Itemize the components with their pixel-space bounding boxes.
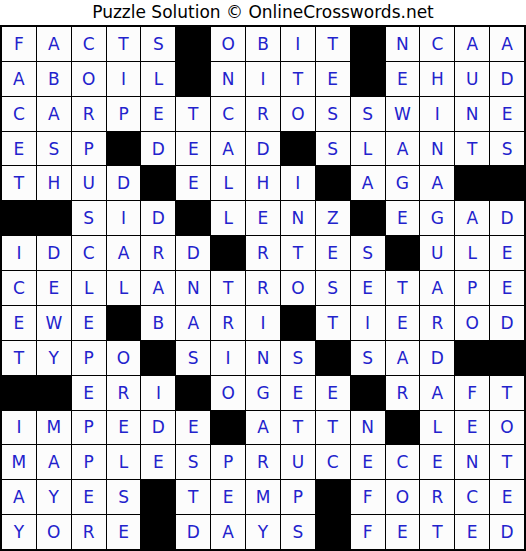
letter-cell: N [455, 97, 489, 131]
letter-cell: L [72, 271, 106, 305]
letter-cell: O [386, 480, 420, 514]
letter-cell: W [386, 97, 420, 131]
black-cell [351, 27, 385, 61]
letter-cell: A [211, 515, 245, 549]
letter-cell: O [281, 97, 315, 131]
letter-cell: T [386, 271, 420, 305]
letter-cell: E [37, 271, 71, 305]
black-cell [141, 166, 175, 200]
letter-cell: A [37, 445, 71, 479]
black-cell [37, 201, 71, 235]
letter-cell: E [490, 271, 524, 305]
letter-cell: T [420, 515, 454, 549]
letter-cell: R [420, 306, 454, 340]
letter-cell: F [351, 480, 385, 514]
letter-cell: I [246, 306, 280, 340]
letter-cell: S [316, 132, 350, 166]
black-cell [316, 480, 350, 514]
letter-cell: T [176, 480, 210, 514]
letter-cell: A [246, 411, 280, 445]
letter-cell: I [107, 62, 141, 96]
letter-cell: E [72, 376, 106, 410]
puzzle-solution-page: Puzzle Solution © OnlineCrosswords.net F… [0, 0, 526, 551]
letter-cell: L [107, 271, 141, 305]
letter-cell: E [2, 132, 36, 166]
letter-cell: L [211, 166, 245, 200]
letter-cell: R [246, 445, 280, 479]
letter-cell: L [107, 445, 141, 479]
letter-cell: F [2, 27, 36, 61]
letter-cell: A [141, 271, 175, 305]
letter-cell: D [141, 411, 175, 445]
letter-cell: G [420, 201, 454, 235]
letter-cell: C [2, 271, 36, 305]
letter-cell: I [211, 341, 245, 375]
letter-cell: A [420, 271, 454, 305]
black-cell [2, 376, 36, 410]
letter-cell: E [176, 132, 210, 166]
letter-cell: Y [246, 515, 280, 549]
letter-cell: D [107, 166, 141, 200]
letter-cell: D [490, 62, 524, 96]
letter-cell: N [455, 445, 489, 479]
letter-cell: T [281, 236, 315, 270]
letter-cell: A [351, 166, 385, 200]
letter-cell: D [141, 201, 175, 235]
letter-cell: A [455, 201, 489, 235]
black-cell [316, 166, 350, 200]
letter-cell: T [455, 132, 489, 166]
letter-cell: T [2, 166, 36, 200]
letter-cell: A [211, 132, 245, 166]
letter-cell: H [246, 166, 280, 200]
letter-cell: R [72, 515, 106, 549]
letter-cell: E [316, 236, 350, 270]
letter-cell: Y [37, 341, 71, 375]
black-cell [37, 376, 71, 410]
letter-cell: T [281, 411, 315, 445]
black-cell [351, 376, 385, 410]
letter-cell: H [420, 62, 454, 96]
letter-cell: S [351, 97, 385, 131]
letter-cell: T [281, 62, 315, 96]
letter-cell: P [72, 132, 106, 166]
letter-cell: D [37, 236, 71, 270]
letter-cell: C [72, 236, 106, 270]
letter-cell: Z [316, 201, 350, 235]
letter-cell: N [211, 62, 245, 96]
letter-cell: T [316, 27, 350, 61]
black-cell [386, 236, 420, 270]
letter-cell: F [351, 515, 385, 549]
letter-cell: E [386, 515, 420, 549]
black-cell [176, 376, 210, 410]
letter-cell: E [72, 480, 106, 514]
letter-cell: T [490, 376, 524, 410]
letter-cell: P [107, 97, 141, 131]
letter-cell: A [2, 62, 36, 96]
black-cell [316, 515, 350, 549]
letter-cell: C [72, 27, 106, 61]
letter-cell: A [2, 480, 36, 514]
letter-cell: U [420, 236, 454, 270]
letter-cell: I [141, 376, 175, 410]
letter-cell: A [107, 236, 141, 270]
letter-cell: R [107, 376, 141, 410]
letter-cell: R [246, 271, 280, 305]
black-cell [490, 166, 524, 200]
letter-cell: S [107, 480, 141, 514]
letter-cell: E [107, 515, 141, 549]
letter-cell: R [420, 480, 454, 514]
letter-cell: A [37, 97, 71, 131]
letter-cell: O [211, 27, 245, 61]
black-cell [455, 341, 489, 375]
letter-cell: A [176, 306, 210, 340]
crossword-grid: FACTSOBITNCAAABOILNITEEHUDCARPETCROSSWIN… [0, 25, 526, 551]
letter-cell: E [386, 306, 420, 340]
letter-cell: N [176, 271, 210, 305]
letter-cell: M [246, 480, 280, 514]
letter-cell: S [281, 341, 315, 375]
letter-cell: M [37, 411, 71, 445]
letter-cell: T [316, 411, 350, 445]
letter-cell: D [490, 515, 524, 549]
letter-cell: A [37, 27, 71, 61]
letter-cell: E [316, 376, 350, 410]
letter-cell: S [176, 341, 210, 375]
letter-cell: T [176, 97, 210, 131]
black-cell [141, 480, 175, 514]
letter-cell: C [455, 480, 489, 514]
letter-cell: E [141, 445, 175, 479]
letter-cell: E [455, 411, 489, 445]
letter-cell: A [455, 27, 489, 61]
letter-cell: M [2, 445, 36, 479]
letter-cell: O [72, 62, 106, 96]
letter-cell: C [211, 97, 245, 131]
letter-cell: E [176, 166, 210, 200]
black-cell [2, 201, 36, 235]
letter-cell: I [420, 97, 454, 131]
letter-cell: R [246, 97, 280, 131]
black-cell [490, 341, 524, 375]
letter-cell: B [37, 62, 71, 96]
letter-cell: P [72, 411, 106, 445]
letter-cell: E [455, 515, 489, 549]
letter-cell: S [351, 341, 385, 375]
letter-cell: I [281, 27, 315, 61]
letter-cell: F [455, 376, 489, 410]
letter-cell: N [281, 201, 315, 235]
black-cell [141, 515, 175, 549]
letter-cell: P [72, 341, 106, 375]
black-cell [386, 411, 420, 445]
letter-cell: L [455, 236, 489, 270]
black-cell [211, 411, 245, 445]
letter-cell: S [351, 236, 385, 270]
letter-cell: E [316, 62, 350, 96]
black-cell [176, 27, 210, 61]
letter-cell: E [351, 271, 385, 305]
letter-cell: S [281, 515, 315, 549]
black-cell [281, 132, 315, 166]
black-cell [351, 62, 385, 96]
letter-cell: T [107, 27, 141, 61]
page-title: Puzzle Solution © OnlineCrosswords.net [0, 0, 526, 25]
letter-cell: A [420, 376, 454, 410]
letter-cell: N [420, 132, 454, 166]
letter-cell: W [37, 306, 71, 340]
letter-cell: P [455, 271, 489, 305]
letter-cell: R [386, 376, 420, 410]
black-cell [141, 341, 175, 375]
letter-cell: P [72, 445, 106, 479]
letter-cell: D [420, 341, 454, 375]
letter-cell: L [211, 201, 245, 235]
letter-cell: D [246, 132, 280, 166]
letter-cell: G [246, 376, 280, 410]
letter-cell: U [72, 166, 106, 200]
letter-cell: P [281, 480, 315, 514]
letter-cell: O [37, 515, 71, 549]
letter-cell: N [351, 411, 385, 445]
letter-cell: R [211, 306, 245, 340]
letter-cell: T [316, 306, 350, 340]
letter-cell: S [37, 132, 71, 166]
letter-cell: D [490, 201, 524, 235]
letter-cell: O [490, 411, 524, 445]
black-cell [316, 341, 350, 375]
letter-cell: T [2, 341, 36, 375]
letter-cell: T [211, 271, 245, 305]
letter-cell: S [72, 201, 106, 235]
letter-cell: E [420, 445, 454, 479]
letter-cell: S [141, 27, 175, 61]
letter-cell: R [141, 236, 175, 270]
letter-cell: C [386, 445, 420, 479]
letter-cell: E [281, 376, 315, 410]
letter-cell: A [386, 341, 420, 375]
letter-cell: I [281, 166, 315, 200]
letter-cell: Y [37, 480, 71, 514]
letter-cell: T [490, 445, 524, 479]
letter-cell: N [246, 341, 280, 375]
letter-cell: C [420, 27, 454, 61]
letter-cell: N [386, 27, 420, 61]
letter-cell: E [211, 480, 245, 514]
letter-cell: A [420, 166, 454, 200]
letter-cell: E [490, 236, 524, 270]
letter-cell: S [316, 271, 350, 305]
letter-cell: A [490, 27, 524, 61]
letter-cell: I [2, 236, 36, 270]
letter-cell: O [107, 341, 141, 375]
letter-cell: I [107, 201, 141, 235]
letter-cell: L [351, 132, 385, 166]
letter-cell: U [455, 62, 489, 96]
letter-cell: O [455, 306, 489, 340]
letter-cell: Y [2, 515, 36, 549]
black-cell [455, 166, 489, 200]
letter-cell: C [2, 97, 36, 131]
letter-cell: E [351, 445, 385, 479]
black-cell [351, 201, 385, 235]
letter-cell: L [420, 411, 454, 445]
letter-cell: E [246, 201, 280, 235]
letter-cell: O [211, 376, 245, 410]
letter-cell: O [281, 271, 315, 305]
black-cell [211, 236, 245, 270]
letter-cell: C [316, 445, 350, 479]
letter-cell: E [72, 306, 106, 340]
letter-cell: E [107, 411, 141, 445]
letter-cell: E [386, 62, 420, 96]
black-cell [107, 306, 141, 340]
letter-cell: G [386, 166, 420, 200]
letter-cell: D [141, 132, 175, 166]
letter-cell: S [490, 132, 524, 166]
letter-cell: E [2, 306, 36, 340]
letter-cell: I [351, 306, 385, 340]
letter-cell: U [281, 445, 315, 479]
letter-cell: R [246, 236, 280, 270]
black-cell [176, 62, 210, 96]
letter-cell: E [490, 480, 524, 514]
letter-cell: H [37, 166, 71, 200]
letter-cell: R [72, 97, 106, 131]
letter-cell: I [246, 62, 280, 96]
letter-cell: E [386, 201, 420, 235]
letter-cell: S [316, 97, 350, 131]
black-cell [281, 306, 315, 340]
black-cell [176, 201, 210, 235]
letter-cell: S [176, 445, 210, 479]
letter-cell: E [176, 411, 210, 445]
letter-cell: B [246, 27, 280, 61]
letter-cell: D [176, 515, 210, 549]
letter-cell: D [490, 306, 524, 340]
letter-cell: A [386, 132, 420, 166]
letter-cell: P [211, 445, 245, 479]
letter-cell: E [490, 97, 524, 131]
letter-cell: I [2, 411, 36, 445]
letter-cell: D [176, 236, 210, 270]
letter-cell: E [141, 97, 175, 131]
letter-cell: L [141, 62, 175, 96]
black-cell [107, 132, 141, 166]
letter-cell: B [141, 306, 175, 340]
